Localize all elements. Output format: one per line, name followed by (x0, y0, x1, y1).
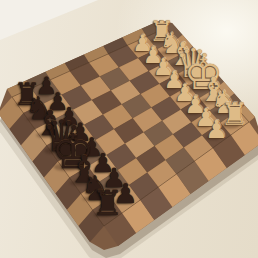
piece-white-pawn-h2: ♟ (205, 118, 228, 143)
photo-scene: ♜♟♞♟♝♟♛♟♚♟♟♝♜♟♟♞♞♟♜♟♝♟♟♛♟♚♟♝♟♞♟♜ (0, 0, 258, 258)
pieces-layer: ♜♟♞♟♝♟♛♟♚♟♟♝♜♟♟♞♞♟♜♟♝♟♟♛♟♚♟♝♟♞♟♜ (0, 0, 258, 258)
piece-black-rook-h8: ♜ (92, 186, 123, 221)
